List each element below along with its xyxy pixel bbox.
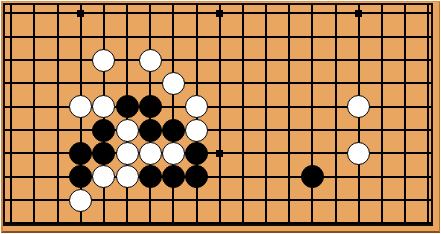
- black-stone: [116, 95, 139, 118]
- white-stone: [162, 142, 185, 165]
- black-stone: [92, 119, 115, 142]
- grid-vertical-line: [219, 5, 221, 224]
- white-stone: [92, 49, 115, 72]
- grid-vertical-line: [57, 5, 59, 224]
- white-stone: [162, 72, 185, 95]
- star-point: [77, 10, 84, 17]
- grid-vertical-line: [242, 5, 244, 224]
- grid-vertical-line: [172, 5, 174, 224]
- black-stone: [162, 165, 185, 188]
- black-stone: [139, 119, 162, 142]
- white-stone: [116, 119, 139, 142]
- grid-vertical-line: [33, 5, 35, 224]
- grid-vertical-line: [265, 5, 267, 224]
- black-stone: [139, 165, 162, 188]
- grid-horizontal-line: [5, 129, 431, 131]
- grid-vertical-line: [288, 5, 290, 224]
- star-point: [216, 10, 223, 17]
- grid-vertical-line: [311, 5, 313, 224]
- white-stone: [347, 142, 370, 165]
- white-stone: [139, 142, 162, 165]
- star-point: [216, 150, 223, 157]
- grid-vertical-line: [10, 5, 12, 224]
- black-stone: [69, 142, 92, 165]
- black-stone: [162, 119, 185, 142]
- grid-horizontal-line: [5, 82, 431, 84]
- white-stone: [116, 142, 139, 165]
- grid-horizontal-line: [5, 222, 431, 224]
- grid-horizontal-line: [5, 59, 431, 61]
- grid-vertical-line: [427, 5, 429, 224]
- go-board-diagram: [0, 0, 441, 234]
- white-stone: [185, 119, 208, 142]
- black-stone: [301, 165, 324, 188]
- black-stone: [185, 142, 208, 165]
- grid-vertical-line: [335, 5, 337, 224]
- grid-vertical-line: [381, 5, 383, 224]
- black-stone: [185, 165, 208, 188]
- white-stone: [139, 49, 162, 72]
- black-stone: [139, 95, 162, 118]
- white-stone: [69, 189, 92, 212]
- white-stone: [116, 165, 139, 188]
- star-point: [355, 10, 362, 17]
- grid-horizontal-line: [5, 36, 431, 38]
- grid-vertical-line: [404, 5, 406, 224]
